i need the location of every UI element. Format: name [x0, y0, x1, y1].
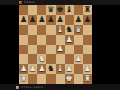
- square-a8[interactable]: [19, 5, 28, 15]
- square-a7[interactable]: ♟: [19, 15, 28, 25]
- white-pawn[interactable]: ♟: [84, 65, 91, 73]
- square-d6[interactable]: [46, 25, 55, 35]
- square-f6[interactable]: ♞: [65, 25, 74, 35]
- square-e4[interactable]: ♟: [56, 45, 65, 55]
- white-bishop[interactable]: ♝: [56, 25, 63, 33]
- black-bishop[interactable]: ♝: [66, 5, 73, 13]
- white-pawn[interactable]: ♟: [66, 35, 73, 43]
- app-icon: [19, 1, 22, 4]
- square-g8[interactable]: [74, 5, 83, 15]
- square-e2[interactable]: ♝: [56, 64, 65, 74]
- black-rook[interactable]: ♜: [84, 5, 91, 13]
- black-pawn[interactable]: ♟: [84, 15, 91, 23]
- white-pawn[interactable]: ♟: [20, 65, 27, 73]
- square-g1[interactable]: [74, 74, 83, 84]
- square-f5[interactable]: ♟: [65, 35, 74, 45]
- white-queen[interactable]: ♛: [75, 25, 82, 33]
- square-b5[interactable]: [28, 35, 37, 45]
- square-e1[interactable]: [56, 74, 65, 84]
- square-c4[interactable]: [37, 45, 46, 55]
- black-pawn[interactable]: ♟: [47, 15, 54, 23]
- square-d4[interactable]: [46, 45, 55, 55]
- white-pawn[interactable]: ♟: [75, 55, 82, 63]
- square-c2[interactable]: ♟: [37, 64, 46, 74]
- white-pawn[interactable]: ♟: [66, 65, 73, 73]
- square-h5[interactable]: [83, 35, 92, 45]
- square-h8[interactable]: ♜: [83, 5, 92, 15]
- square-g6[interactable]: ♛: [74, 25, 83, 35]
- square-a2[interactable]: ♟: [19, 64, 28, 74]
- square-c5[interactable]: [37, 35, 46, 45]
- white-pawn[interactable]: ♟: [38, 65, 45, 73]
- square-h4[interactable]: [83, 45, 92, 55]
- square-a6[interactable]: [19, 25, 28, 35]
- status-icon: [16, 86, 19, 89]
- square-g7[interactable]: ♟: [74, 15, 83, 25]
- black-pawn[interactable]: ♟: [20, 15, 27, 23]
- square-g2[interactable]: [74, 64, 83, 74]
- white-rook[interactable]: ♜: [84, 75, 91, 83]
- square-c1[interactable]: [37, 74, 46, 84]
- square-e8[interactable]: ♚: [56, 5, 65, 15]
- square-h2[interactable]: ♟: [83, 64, 92, 74]
- square-b2[interactable]: ♟: [28, 64, 37, 74]
- square-h6[interactable]: [83, 25, 92, 35]
- white-bishop[interactable]: ♝: [56, 65, 63, 73]
- square-c7[interactable]: ♟: [37, 15, 46, 25]
- square-e6[interactable]: ♝: [56, 25, 65, 35]
- square-e5[interactable]: [56, 35, 65, 45]
- square-d5[interactable]: [46, 35, 55, 45]
- square-a4[interactable]: [19, 45, 28, 55]
- square-a1[interactable]: ♜: [19, 74, 28, 84]
- square-f3[interactable]: [65, 54, 74, 64]
- square-g5[interactable]: [74, 35, 83, 45]
- square-a3[interactable]: [19, 54, 28, 64]
- square-c6[interactable]: [37, 25, 46, 35]
- square-d7[interactable]: ♟: [46, 15, 55, 25]
- white-knight[interactable]: ♞: [38, 55, 45, 63]
- black-pawn[interactable]: ♟: [29, 15, 36, 23]
- square-h3[interactable]: [83, 54, 92, 64]
- black-knight[interactable]: ♞: [66, 25, 73, 33]
- square-b6[interactable]: [28, 25, 37, 35]
- square-e3[interactable]: [56, 54, 65, 64]
- square-f1[interactable]: ♚: [65, 74, 74, 84]
- square-h7[interactable]: ♟: [83, 15, 92, 25]
- square-d1[interactable]: [46, 74, 55, 84]
- black-king[interactable]: ♚: [56, 5, 63, 13]
- square-d2[interactable]: ♞: [46, 64, 55, 74]
- square-b4[interactable]: [28, 45, 37, 55]
- black-queen[interactable]: ♛: [47, 5, 54, 13]
- app-window: Chess ♛♚♝♜♟♟♟♟♟♟♟♝♞♛♟♟♞♟♟♟♟♞♝♟♟♜♚♜ Chess…: [0, 0, 120, 90]
- square-h1[interactable]: ♜: [83, 74, 92, 84]
- square-d3[interactable]: [46, 54, 55, 64]
- square-c3[interactable]: ♞: [37, 54, 46, 64]
- black-pawn[interactable]: ♟: [56, 15, 63, 23]
- square-a5[interactable]: [19, 35, 28, 45]
- status-text: Chess game: [21, 86, 43, 89]
- square-d8[interactable]: ♛: [46, 5, 55, 15]
- black-knight[interactable]: ♞: [47, 65, 54, 73]
- white-pawn[interactable]: ♟: [29, 65, 36, 73]
- square-e7[interactable]: ♟: [56, 15, 65, 25]
- square-g4[interactable]: [74, 45, 83, 55]
- white-king[interactable]: ♚: [66, 75, 73, 83]
- square-b3[interactable]: [28, 54, 37, 64]
- square-b1[interactable]: [28, 74, 37, 84]
- square-c8[interactable]: [37, 5, 46, 15]
- black-pawn[interactable]: ♟: [75, 15, 82, 23]
- square-g3[interactable]: ♟: [74, 54, 83, 64]
- square-f4[interactable]: [65, 45, 74, 55]
- square-b8[interactable]: [28, 5, 37, 15]
- black-pawn[interactable]: ♟: [38, 15, 45, 23]
- square-f2[interactable]: ♟: [65, 64, 74, 74]
- square-f7[interactable]: [65, 15, 74, 25]
- window-title: Chess: [24, 1, 35, 4]
- status-bar: Chess game: [0, 84, 120, 90]
- white-rook[interactable]: ♜: [20, 75, 27, 83]
- chess-board[interactable]: ♛♚♝♜♟♟♟♟♟♟♟♝♞♛♟♟♞♟♟♟♟♞♝♟♟♜♚♜: [19, 5, 92, 84]
- square-f8[interactable]: ♝: [65, 5, 74, 15]
- square-b7[interactable]: ♟: [28, 15, 37, 25]
- white-pawn[interactable]: ♟: [56, 45, 63, 53]
